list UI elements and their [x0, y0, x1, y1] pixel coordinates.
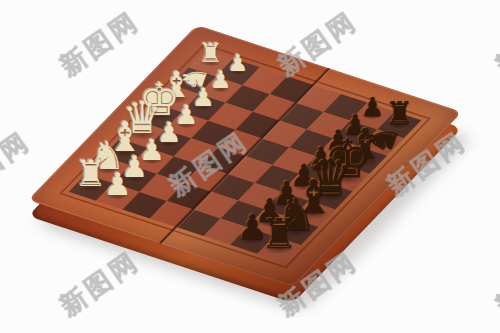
black-rook-piece: ♜	[261, 214, 298, 255]
white-rook-piece: ♜	[74, 156, 107, 192]
white-pawn-piece: ♟	[104, 169, 132, 200]
pieces-layer: ♜♞♝♛♚♝♞♜♟♟♟♟♟♟♟♟♟♟♟♟♟♟♟♟♜♞♝♛♚♝♞♜	[0, 0, 500, 333]
product-photo-scene: ♜♞♝♛♚♝♞♜♟♟♟♟♟♟♟♟♟♟♟♟♟♟♟♟♜♞♝♛♚♝♞♜ 新图网新图网新…	[0, 0, 500, 333]
white-rook-piece: ♜	[199, 40, 223, 67]
